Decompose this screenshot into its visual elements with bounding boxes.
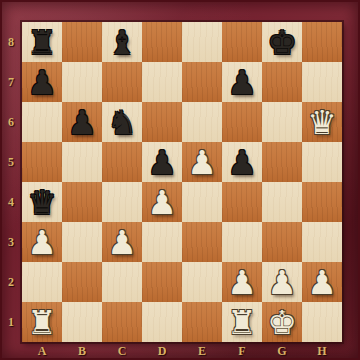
square-d1[interactable] [142, 302, 182, 342]
square-g3[interactable] [262, 222, 302, 262]
square-h1[interactable] [302, 302, 342, 342]
rank-labels: 8 7 6 5 4 3 2 1 [0, 22, 22, 342]
piece-white-pawn[interactable]: ♟ [182, 142, 222, 182]
file-label-b: B [62, 342, 102, 360]
square-f7[interactable]: ♟ [222, 62, 262, 102]
square-h3[interactable] [302, 222, 342, 262]
square-c4[interactable] [102, 182, 142, 222]
file-label-c: C [102, 342, 142, 360]
square-c8[interactable]: ♝ [102, 22, 142, 62]
file-label-e: E [182, 342, 222, 360]
square-e4[interactable] [182, 182, 222, 222]
square-g8[interactable]: ♚ [262, 22, 302, 62]
square-g7[interactable] [262, 62, 302, 102]
square-e1[interactable] [182, 302, 222, 342]
square-f2[interactable]: ♟ [222, 262, 262, 302]
rank-label-7: 7 [0, 62, 22, 102]
square-f8[interactable] [222, 22, 262, 62]
piece-black-bishop[interactable]: ♝ [102, 22, 142, 62]
piece-black-pawn[interactable]: ♟ [222, 142, 262, 182]
square-g4[interactable] [262, 182, 302, 222]
piece-white-pawn[interactable]: ♟ [262, 262, 302, 302]
rank-label-4: 4 [0, 182, 22, 222]
square-h6[interactable]: ♛ [302, 102, 342, 142]
square-e2[interactable] [182, 262, 222, 302]
square-e3[interactable] [182, 222, 222, 262]
square-b7[interactable] [62, 62, 102, 102]
piece-black-rook[interactable]: ♜ [22, 22, 62, 62]
square-a6[interactable] [22, 102, 62, 142]
file-label-g: G [262, 342, 302, 360]
rank-label-2: 2 [0, 262, 22, 302]
piece-black-pawn[interactable]: ♟ [222, 62, 262, 102]
square-h7[interactable] [302, 62, 342, 102]
piece-black-queen[interactable]: ♛ [22, 182, 62, 222]
square-d4[interactable]: ♟ [142, 182, 182, 222]
chessboard-frame: 8 7 6 5 4 3 2 1 ♜♝♚♟♟♟♞♛♟♟♟♛♟♟♟♟♟♟♜♜♚ A … [0, 0, 360, 360]
square-b3[interactable] [62, 222, 102, 262]
piece-white-queen[interactable]: ♛ [302, 102, 342, 142]
rank-label-3: 3 [0, 222, 22, 262]
file-label-a: A [22, 342, 62, 360]
square-e7[interactable] [182, 62, 222, 102]
square-g2[interactable]: ♟ [262, 262, 302, 302]
rank-label-5: 5 [0, 142, 22, 182]
square-b4[interactable] [62, 182, 102, 222]
square-b1[interactable] [62, 302, 102, 342]
file-label-d: D [142, 342, 182, 360]
piece-white-rook[interactable]: ♜ [222, 302, 262, 342]
piece-black-pawn[interactable]: ♟ [62, 102, 102, 142]
piece-black-king[interactable]: ♚ [262, 22, 302, 62]
square-g6[interactable] [262, 102, 302, 142]
piece-white-pawn[interactable]: ♟ [102, 222, 142, 262]
square-e5[interactable]: ♟ [182, 142, 222, 182]
piece-white-pawn[interactable]: ♟ [22, 222, 62, 262]
square-a8[interactable]: ♜ [22, 22, 62, 62]
square-c7[interactable] [102, 62, 142, 102]
piece-white-pawn[interactable]: ♟ [222, 262, 262, 302]
square-d7[interactable] [142, 62, 182, 102]
chess-board: ♜♝♚♟♟♟♞♛♟♟♟♛♟♟♟♟♟♟♜♜♚ [22, 22, 342, 342]
square-h8[interactable] [302, 22, 342, 62]
file-labels: A B C D E F G H [22, 342, 342, 360]
square-a1[interactable]: ♜ [22, 302, 62, 342]
file-label-f: F [222, 342, 262, 360]
piece-white-pawn[interactable]: ♟ [142, 182, 182, 222]
square-a2[interactable] [22, 262, 62, 302]
square-e6[interactable] [182, 102, 222, 142]
square-f6[interactable] [222, 102, 262, 142]
square-b2[interactable] [62, 262, 102, 302]
piece-white-king[interactable]: ♚ [262, 302, 302, 342]
square-h2[interactable]: ♟ [302, 262, 342, 302]
square-f4[interactable] [222, 182, 262, 222]
square-c3[interactable]: ♟ [102, 222, 142, 262]
square-a4[interactable]: ♛ [22, 182, 62, 222]
piece-white-pawn[interactable]: ♟ [302, 262, 342, 302]
square-c6[interactable]: ♞ [102, 102, 142, 142]
square-d5[interactable]: ♟ [142, 142, 182, 182]
rank-label-6: 6 [0, 102, 22, 142]
square-a7[interactable]: ♟ [22, 62, 62, 102]
rank-label-8: 8 [0, 22, 22, 62]
square-g5[interactable] [262, 142, 302, 182]
square-h5[interactable] [302, 142, 342, 182]
square-d6[interactable] [142, 102, 182, 142]
square-b8[interactable] [62, 22, 102, 62]
square-d8[interactable] [142, 22, 182, 62]
square-f1[interactable]: ♜ [222, 302, 262, 342]
square-g1[interactable]: ♚ [262, 302, 302, 342]
square-b5[interactable] [62, 142, 102, 182]
square-c5[interactable] [102, 142, 142, 182]
file-label-h: H [302, 342, 342, 360]
piece-white-rook[interactable]: ♜ [22, 302, 62, 342]
square-h4[interactable] [302, 182, 342, 222]
piece-black-knight[interactable]: ♞ [102, 102, 142, 142]
square-c1[interactable] [102, 302, 142, 342]
piece-black-pawn[interactable]: ♟ [22, 62, 62, 102]
square-d2[interactable] [142, 262, 182, 302]
square-b6[interactable]: ♟ [62, 102, 102, 142]
square-a3[interactable]: ♟ [22, 222, 62, 262]
square-d3[interactable] [142, 222, 182, 262]
square-f5[interactable]: ♟ [222, 142, 262, 182]
square-e8[interactable] [182, 22, 222, 62]
square-f3[interactable] [222, 222, 262, 262]
piece-black-pawn[interactable]: ♟ [142, 142, 182, 182]
square-a5[interactable] [22, 142, 62, 182]
square-c2[interactable] [102, 262, 142, 302]
rank-label-1: 1 [0, 302, 22, 342]
